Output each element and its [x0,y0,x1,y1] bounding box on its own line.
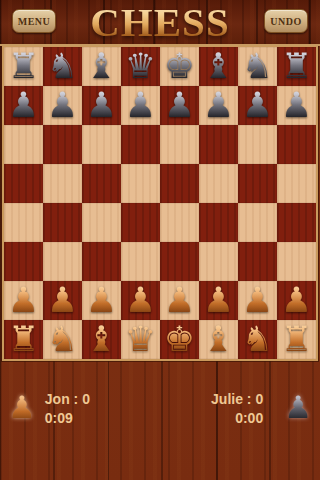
black-pawn[interactable]: ♟ [242,86,273,125]
chess-board: ♜♞♝♛♚♝♞♜♟♟♟♟♟♟♟♟♟♟♟♟♟♟♟♟♜♞♝♛♚♝♞♜ [2,45,318,361]
square-h2[interactable]: ♟ [277,281,316,320]
square-g8[interactable]: ♞ [238,47,277,86]
square-g1[interactable]: ♞ [238,320,277,359]
square-e1[interactable]: ♚ [160,320,199,359]
black-rook[interactable]: ♜ [8,47,39,86]
square-a6[interactable] [4,125,43,164]
black-player-score: Julie : 0 [211,390,263,409]
square-g2[interactable]: ♟ [238,281,277,320]
square-c4[interactable] [82,203,121,242]
black-knight[interactable]: ♞ [47,47,78,86]
black-rook[interactable]: ♜ [281,47,312,86]
square-d2[interactable]: ♟ [121,281,160,320]
square-h3[interactable] [277,242,316,281]
square-d5[interactable] [121,164,160,203]
square-f6[interactable] [199,125,238,164]
white-pawn[interactable]: ♟ [86,281,117,320]
square-h8[interactable]: ♜ [277,47,316,86]
square-a4[interactable] [4,203,43,242]
white-pawn[interactable]: ♟ [47,281,78,320]
square-c5[interactable] [82,164,121,203]
black-bishop[interactable]: ♝ [86,47,117,86]
square-g7[interactable]: ♟ [238,86,277,125]
white-rook[interactable]: ♜ [281,320,312,359]
square-c1[interactable]: ♝ [82,320,121,359]
white-pawn[interactable]: ♟ [164,281,195,320]
square-f4[interactable] [199,203,238,242]
square-b7[interactable]: ♟ [43,86,82,125]
white-queen[interactable]: ♛ [125,320,156,359]
black-player-clock: 0:00 [211,409,263,428]
square-h1[interactable]: ♜ [277,320,316,359]
square-f5[interactable] [199,164,238,203]
black-pawn[interactable]: ♟ [164,86,195,125]
white-player-block: Jon : 0 0:09 [45,388,90,428]
chess-app-screen: { "game": "chess", "position": { "fen": … [0,0,320,480]
white-knight[interactable]: ♞ [47,320,78,359]
square-a7[interactable]: ♟ [4,86,43,125]
square-b1[interactable]: ♞ [43,320,82,359]
white-king[interactable]: ♚ [164,320,195,359]
square-e8[interactable]: ♚ [160,47,199,86]
square-g3[interactable] [238,242,277,281]
square-d3[interactable] [121,242,160,281]
square-c7[interactable]: ♟ [82,86,121,125]
square-g4[interactable] [238,203,277,242]
undo-button[interactable]: UNDO [264,9,308,33]
square-f2[interactable]: ♟ [199,281,238,320]
black-pawn[interactable]: ♟ [47,86,78,125]
black-bishop[interactable]: ♝ [203,47,234,86]
black-pawn[interactable]: ♟ [281,86,312,125]
square-e3[interactable] [160,242,199,281]
black-knight[interactable]: ♞ [242,47,273,86]
black-pawn[interactable]: ♟ [125,86,156,125]
square-e6[interactable] [160,125,199,164]
white-pawn[interactable]: ♟ [203,281,234,320]
white-pawn[interactable]: ♟ [8,281,39,320]
square-e4[interactable] [160,203,199,242]
square-f3[interactable] [199,242,238,281]
black-king[interactable]: ♚ [164,47,195,86]
square-c6[interactable] [82,125,121,164]
square-e2[interactable]: ♟ [160,281,199,320]
black-player-block: Julie : 0 0:00 [211,388,263,428]
player-info-bar: ♟ Jon : 0 0:09 Julie : 0 0:00 ♟ [0,388,320,432]
square-g6[interactable] [238,125,277,164]
square-h7[interactable]: ♟ [277,86,316,125]
square-h6[interactable] [277,125,316,164]
square-h4[interactable] [277,203,316,242]
white-pawn[interactable]: ♟ [242,281,273,320]
header-bar: CHESS MENU UNDO [0,0,320,46]
square-f1[interactable]: ♝ [199,320,238,359]
white-player-clock: 0:09 [45,409,90,428]
black-queen[interactable]: ♛ [125,47,156,86]
white-knight[interactable]: ♞ [242,320,273,359]
white-pawn[interactable]: ♟ [281,281,312,320]
black-pawn[interactable]: ♟ [8,86,39,125]
square-a5[interactable] [4,164,43,203]
square-d1[interactable]: ♛ [121,320,160,359]
white-bishop[interactable]: ♝ [203,320,234,359]
square-a2[interactable]: ♟ [4,281,43,320]
white-pawn[interactable]: ♟ [125,281,156,320]
black-pawn[interactable]: ♟ [86,86,117,125]
white-player-score: Jon : 0 [45,390,90,409]
square-d7[interactable]: ♟ [121,86,160,125]
square-a3[interactable] [4,242,43,281]
square-b8[interactable]: ♞ [43,47,82,86]
black-pawn[interactable]: ♟ [203,86,234,125]
square-c3[interactable] [82,242,121,281]
square-b4[interactable] [43,203,82,242]
square-f8[interactable]: ♝ [199,47,238,86]
square-e5[interactable] [160,164,199,203]
menu-button[interactable]: MENU [12,9,56,33]
square-c2[interactable]: ♟ [82,281,121,320]
white-bishop[interactable]: ♝ [86,320,117,359]
square-d4[interactable] [121,203,160,242]
white-rook[interactable]: ♜ [8,320,39,359]
square-b5[interactable] [43,164,82,203]
square-e7[interactable]: ♟ [160,86,199,125]
square-c8[interactable]: ♝ [82,47,121,86]
square-b2[interactable]: ♟ [43,281,82,320]
square-h5[interactable] [277,164,316,203]
square-b6[interactable] [43,125,82,164]
square-a1[interactable]: ♜ [4,320,43,359]
square-a8[interactable]: ♜ [4,47,43,86]
white-pawn-icon: ♟ [8,388,36,426]
square-d6[interactable] [121,125,160,164]
black-pawn-icon: ♟ [284,388,312,426]
square-b3[interactable] [43,242,82,281]
square-d8[interactable]: ♛ [121,47,160,86]
square-g5[interactable] [238,164,277,203]
square-f7[interactable]: ♟ [199,86,238,125]
